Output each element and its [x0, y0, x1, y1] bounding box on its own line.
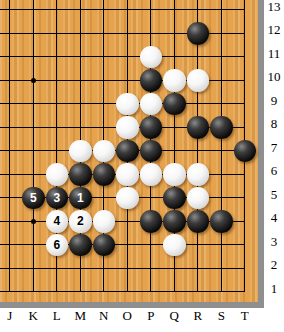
intersection-K6[interactable] [22, 163, 46, 187]
intersection-Q3[interactable] [163, 233, 187, 257]
intersection-O7[interactable] [116, 139, 140, 163]
intersection-K1[interactable] [22, 280, 46, 304]
intersection-J9[interactable] [0, 92, 22, 116]
intersection-O1[interactable] [116, 280, 140, 304]
col-label-R: R [188, 307, 208, 325]
intersection-S7[interactable] [210, 139, 234, 163]
intersection-O2[interactable] [116, 257, 140, 281]
intersection-P3[interactable] [139, 233, 163, 257]
row-label-1: 1 [264, 281, 284, 297]
black-stone-R12[interactable] [187, 22, 210, 45]
white-stone-Q6[interactable] [163, 163, 186, 186]
intersection-Q8[interactable] [163, 116, 187, 140]
intersection-P7[interactable] [139, 139, 163, 163]
intersection-P1[interactable] [139, 280, 163, 304]
col-label-O: O [117, 307, 137, 325]
intersection-Q10[interactable] [163, 69, 187, 93]
row-label-6: 6 [264, 163, 284, 179]
white-stone-P6[interactable] [140, 163, 163, 186]
intersection-Q12[interactable] [163, 22, 187, 46]
intersection-R7[interactable] [186, 139, 210, 163]
intersection-R4[interactable] [186, 210, 210, 234]
intersection-J8[interactable] [0, 116, 22, 140]
intersection-M2[interactable] [69, 257, 93, 281]
intersection-J12[interactable] [0, 22, 22, 46]
intersection-K9[interactable] [22, 92, 46, 116]
intersection-M3[interactable] [69, 233, 93, 257]
intersection-M13[interactable] [69, 0, 93, 22]
black-stone-N3[interactable] [93, 234, 116, 257]
white-stone-O5[interactable] [116, 187, 139, 210]
black-stone-O7[interactable] [116, 140, 139, 163]
intersection-S4[interactable] [210, 210, 234, 234]
intersection-N4[interactable] [92, 210, 116, 234]
black-stone-Q4[interactable] [163, 210, 186, 233]
intersection-S5[interactable] [210, 186, 234, 210]
intersection-L10[interactable] [45, 69, 69, 93]
intersection-L4[interactable]: 4 [45, 210, 69, 234]
col-label-Q: Q [164, 307, 184, 325]
intersection-Q2[interactable] [163, 257, 187, 281]
intersection-S2[interactable] [210, 257, 234, 281]
intersection-P4[interactable] [139, 210, 163, 234]
intersection-T1[interactable] [233, 280, 257, 304]
white-stone-N7[interactable] [93, 140, 116, 163]
intersection-P12[interactable] [139, 22, 163, 46]
intersection-O5[interactable] [116, 186, 140, 210]
white-stone-P9[interactable] [140, 93, 163, 116]
intersection-O4[interactable] [116, 210, 140, 234]
row-label-12: 12 [264, 22, 284, 38]
intersection-K7[interactable] [22, 139, 46, 163]
row-label-4: 4 [264, 210, 284, 226]
intersection-K5[interactable]: 5 [22, 186, 46, 210]
intersection-L8[interactable] [45, 116, 69, 140]
intersection-O6[interactable] [116, 163, 140, 187]
black-stone-P10[interactable] [140, 69, 163, 92]
row-label-2: 2 [264, 257, 284, 273]
intersection-Q13[interactable] [163, 0, 187, 22]
white-stone-P11[interactable] [140, 46, 163, 69]
col-label-L: L [47, 307, 67, 325]
intersection-J10[interactable] [0, 69, 22, 93]
intersection-O13[interactable] [116, 0, 140, 22]
intersection-S9[interactable] [210, 92, 234, 116]
intersection-L11[interactable] [45, 45, 69, 69]
intersection-L12[interactable] [45, 22, 69, 46]
go-board-grid: 531426 [0, 0, 257, 304]
intersection-N12[interactable] [92, 22, 116, 46]
intersection-P13[interactable] [139, 0, 163, 22]
intersection-N13[interactable] [92, 0, 116, 22]
intersection-M10[interactable] [69, 69, 93, 93]
intersection-J6[interactable] [0, 163, 22, 187]
intersection-T3[interactable] [233, 233, 257, 257]
intersection-M9[interactable] [69, 92, 93, 116]
intersection-J1[interactable] [0, 280, 22, 304]
intersection-M7[interactable] [69, 139, 93, 163]
intersection-N2[interactable] [92, 257, 116, 281]
col-label-K: K [23, 307, 43, 325]
intersection-O9[interactable] [116, 92, 140, 116]
intersection-L3[interactable]: 6 [45, 233, 69, 257]
row-label-10: 10 [264, 69, 284, 85]
black-stone-Q5[interactable] [163, 187, 186, 210]
go-board-diagram: 531426 13121110987654321JKLMNOPQRST [0, 0, 284, 332]
intersection-R3[interactable] [186, 233, 210, 257]
intersection-K8[interactable] [22, 116, 46, 140]
white-stone-N4[interactable] [93, 210, 116, 233]
intersection-R8[interactable] [186, 116, 210, 140]
white-stone-O9[interactable] [116, 93, 139, 116]
white-stone-M4[interactable]: 2 [69, 210, 92, 233]
row-label-7: 7 [264, 140, 284, 156]
intersection-L7[interactable] [45, 139, 69, 163]
intersection-M4[interactable]: 2 [69, 210, 93, 234]
intersection-R1[interactable] [186, 280, 210, 304]
intersection-S1[interactable] [210, 280, 234, 304]
intersection-M12[interactable] [69, 22, 93, 46]
intersection-Q6[interactable] [163, 163, 187, 187]
intersection-M1[interactable] [69, 280, 93, 304]
intersection-M8[interactable] [69, 116, 93, 140]
intersection-P8[interactable] [139, 116, 163, 140]
intersection-K10[interactable] [22, 69, 46, 93]
white-stone-R5[interactable] [187, 187, 210, 210]
intersection-O10[interactable] [116, 69, 140, 93]
intersection-J5[interactable] [0, 186, 22, 210]
black-stone-P4[interactable] [140, 210, 163, 233]
intersection-O12[interactable] [116, 22, 140, 46]
intersection-T7[interactable] [233, 139, 257, 163]
white-stone-R10[interactable] [187, 69, 210, 92]
intersection-J4[interactable] [0, 210, 22, 234]
col-label-P: P [141, 307, 161, 325]
intersection-Q4[interactable] [163, 210, 187, 234]
black-stone-P7[interactable] [140, 140, 163, 163]
intersection-S8[interactable] [210, 116, 234, 140]
intersection-P9[interactable] [139, 92, 163, 116]
intersection-P2[interactable] [139, 257, 163, 281]
intersection-S12[interactable] [210, 22, 234, 46]
row-label-11: 11 [264, 46, 284, 62]
intersection-R2[interactable] [186, 257, 210, 281]
black-stone-L5[interactable]: 3 [46, 187, 69, 210]
intersection-T2[interactable] [233, 257, 257, 281]
black-stone-N6[interactable] [93, 163, 116, 186]
intersection-R5[interactable] [186, 186, 210, 210]
intersection-R10[interactable] [186, 69, 210, 93]
move-number-label-K5: 5 [30, 187, 37, 209]
intersection-Q7[interactable] [163, 139, 187, 163]
move-number-label-M4: 2 [77, 210, 84, 232]
intersection-N6[interactable] [92, 163, 116, 187]
intersection-M6[interactable] [69, 163, 93, 187]
intersection-L13[interactable] [45, 0, 69, 22]
intersection-R12[interactable] [186, 22, 210, 46]
intersection-T6[interactable] [233, 163, 257, 187]
white-stone-L3[interactable]: 6 [46, 234, 69, 257]
intersection-R9[interactable] [186, 92, 210, 116]
move-number-label-M5: 1 [77, 187, 84, 209]
white-stone-R6[interactable] [187, 163, 210, 186]
black-stone-R8[interactable] [187, 116, 210, 139]
intersection-Q1[interactable] [163, 280, 187, 304]
intersection-N5[interactable] [92, 186, 116, 210]
intersection-O8[interactable] [116, 116, 140, 140]
row-label-3: 3 [264, 234, 284, 250]
intersection-S10[interactable] [210, 69, 234, 93]
intersection-T8[interactable] [233, 116, 257, 140]
black-stone-P8[interactable] [140, 116, 163, 139]
white-stone-L4[interactable]: 4 [46, 210, 69, 233]
intersection-P6[interactable] [139, 163, 163, 187]
intersection-M5[interactable]: 1 [69, 186, 93, 210]
intersection-T5[interactable] [233, 186, 257, 210]
intersection-S11[interactable] [210, 45, 234, 69]
black-stone-M6[interactable] [69, 163, 92, 186]
star-point-K10 [31, 78, 36, 83]
intersection-T10[interactable] [233, 69, 257, 93]
white-stone-L6[interactable] [46, 163, 69, 186]
move-number-label-L5: 3 [53, 187, 60, 209]
row-label-9: 9 [264, 93, 284, 109]
intersection-P11[interactable] [139, 45, 163, 69]
intersection-N11[interactable] [92, 45, 116, 69]
col-label-S: S [211, 307, 231, 325]
intersection-T9[interactable] [233, 92, 257, 116]
row-label-8: 8 [264, 116, 284, 132]
intersection-Q5[interactable] [163, 186, 187, 210]
white-stone-O8[interactable] [116, 116, 139, 139]
black-stone-T7[interactable] [234, 140, 257, 163]
col-label-T: T [235, 307, 255, 325]
col-label-J: J [0, 307, 20, 325]
intersection-T13[interactable] [233, 0, 257, 22]
star-point-K4 [31, 219, 36, 224]
intersection-S6[interactable] [210, 163, 234, 187]
row-label-13: 13 [264, 0, 284, 15]
intersection-Q11[interactable] [163, 45, 187, 69]
intersection-T12[interactable] [233, 22, 257, 46]
intersection-S3[interactable] [210, 233, 234, 257]
intersection-R13[interactable] [186, 0, 210, 22]
move-number-label-L3: 6 [53, 234, 60, 256]
intersection-P5[interactable] [139, 186, 163, 210]
intersection-R11[interactable] [186, 45, 210, 69]
black-stone-S4[interactable] [210, 210, 233, 233]
intersection-K13[interactable] [22, 0, 46, 22]
intersection-O11[interactable] [116, 45, 140, 69]
intersection-Q9[interactable] [163, 92, 187, 116]
intersection-K2[interactable] [22, 257, 46, 281]
black-stone-M3[interactable] [69, 234, 92, 257]
col-label-M: M [70, 307, 90, 325]
white-stone-O6[interactable] [116, 163, 139, 186]
row-label-5: 5 [264, 187, 284, 203]
intersection-L2[interactable] [45, 257, 69, 281]
col-label-N: N [94, 307, 114, 325]
black-stone-S8[interactable] [210, 116, 233, 139]
black-stone-K5[interactable]: 5 [22, 187, 45, 210]
intersection-J13[interactable] [0, 0, 22, 22]
black-stone-Q9[interactable] [163, 93, 186, 116]
intersection-M11[interactable] [69, 45, 93, 69]
intersection-T11[interactable] [233, 45, 257, 69]
intersection-O3[interactable] [116, 233, 140, 257]
intersection-J7[interactable] [0, 139, 22, 163]
intersection-K11[interactable] [22, 45, 46, 69]
move-number-label-L4: 4 [53, 210, 60, 232]
intersection-K3[interactable] [22, 233, 46, 257]
intersection-J2[interactable] [0, 257, 22, 281]
intersection-L1[interactable] [45, 280, 69, 304]
white-stone-Q3[interactable] [163, 234, 186, 257]
intersection-N3[interactable] [92, 233, 116, 257]
intersection-N10[interactable] [92, 69, 116, 93]
intersection-R6[interactable] [186, 163, 210, 187]
intersection-K4[interactable] [22, 210, 46, 234]
intersection-N8[interactable] [92, 116, 116, 140]
intersection-S13[interactable] [210, 0, 234, 22]
intersection-T4[interactable] [233, 210, 257, 234]
black-stone-R4[interactable] [187, 210, 210, 233]
white-stone-M7[interactable] [69, 140, 92, 163]
intersection-N9[interactable] [92, 92, 116, 116]
intersection-L5[interactable]: 3 [45, 186, 69, 210]
intersection-N7[interactable] [92, 139, 116, 163]
intersection-J11[interactable] [0, 45, 22, 69]
white-stone-Q10[interactable] [163, 69, 186, 92]
intersection-L9[interactable] [45, 92, 69, 116]
intersection-P10[interactable] [139, 69, 163, 93]
intersection-N1[interactable] [92, 280, 116, 304]
intersection-J3[interactable] [0, 233, 22, 257]
intersection-K12[interactable] [22, 22, 46, 46]
black-stone-M5[interactable]: 1 [69, 187, 92, 210]
intersection-L6[interactable] [45, 163, 69, 187]
